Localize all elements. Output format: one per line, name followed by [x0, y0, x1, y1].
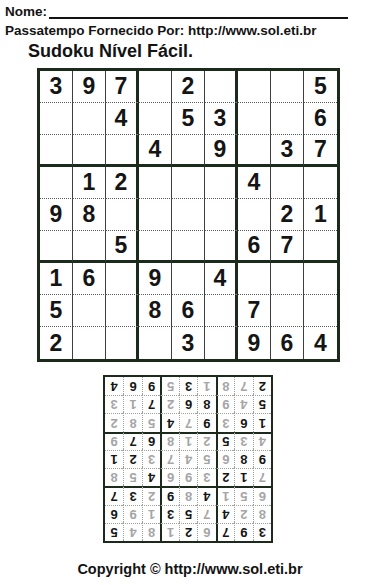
solution-cell-r9c3: 8	[216, 377, 234, 395]
solution-cell-r5c3: 6	[216, 450, 234, 468]
puzzle-cell-r9c9: 4	[304, 327, 337, 359]
puzzle-cell-r1c5: 2	[172, 71, 205, 103]
puzzle-cell-r4c2: 1	[73, 167, 106, 199]
puzzle-cell-r2c8	[271, 103, 304, 135]
solution-cell-r9c5: 3	[179, 377, 197, 395]
solution-cell-r6c8: 7	[123, 432, 141, 450]
puzzle-cell-r9c8: 6	[271, 327, 304, 359]
puzzle-cell-r1c3: 7	[106, 71, 139, 103]
solution-cell-r1c4: 6	[197, 523, 215, 541]
puzzle-cell-r4c7: 4	[238, 167, 271, 199]
solution-cell-r9c4: 1	[197, 377, 215, 395]
solution-cell-r1c7: 8	[142, 523, 160, 541]
solution-cell-r7c2: 6	[234, 413, 252, 431]
puzzle-cell-r6c4	[139, 231, 172, 263]
solution-cell-r1c8: 4	[123, 523, 141, 541]
solution-cell-r1c2: 9	[234, 523, 252, 541]
puzzle-cell-r7c2: 6	[73, 263, 106, 295]
worksheet-page: Nome: Passatempo Fornecido Por: http://w…	[0, 0, 380, 585]
puzzle-cell-r4c6	[205, 167, 238, 199]
puzzle-cell-r4c3: 2	[106, 167, 139, 199]
puzzle-cell-r5c5	[172, 199, 205, 231]
solution-cell-r8c9: 3	[105, 395, 123, 413]
puzzle-cell-r3c4: 4	[139, 135, 172, 167]
solution-cell-r1c1: 3	[253, 523, 271, 541]
solution-cell-r4c7: 4	[142, 468, 160, 486]
puzzle-cell-r2c1	[40, 103, 73, 135]
solution-cell-r4c2: 1	[234, 468, 252, 486]
solution-cell-r6c5: 1	[179, 432, 197, 450]
solution-cell-r2c6: 3	[160, 505, 178, 523]
puzzle-cell-r8c6	[205, 295, 238, 327]
solution-cell-r6c2: 3	[234, 432, 252, 450]
puzzle-cell-r5c8: 2	[271, 199, 304, 231]
puzzle-cell-r7c6: 4	[205, 263, 238, 295]
puzzle-cell-r5c3	[106, 199, 139, 231]
puzzle-cell-r3c3	[106, 135, 139, 167]
puzzle-cell-r8c5: 6	[172, 295, 205, 327]
puzzle-cell-r4c9	[304, 167, 337, 199]
page-title: Sudoku Nível Fácil.	[28, 41, 193, 62]
solution-cell-r2c2: 2	[234, 505, 252, 523]
solution-cell-r2c1: 8	[253, 505, 271, 523]
solution-cell-r2c5: 5	[179, 505, 197, 523]
puzzle-cell-r7c9	[304, 263, 337, 295]
puzzle-cell-r6c3: 5	[106, 231, 139, 263]
solution-cell-r4c3: 2	[216, 468, 234, 486]
puzzle-cell-r1c2: 9	[73, 71, 106, 103]
solution-cell-r2c9: 6	[105, 505, 123, 523]
puzzle-cell-r9c5: 3	[172, 327, 205, 359]
solution-cell-r4c1: 7	[253, 468, 271, 486]
solution-cell-r6c6: 8	[160, 432, 178, 450]
solution-cell-r8c1: 5	[253, 395, 271, 413]
solution-cell-r1c9: 5	[105, 523, 123, 541]
solution-cell-r6c3: 5	[216, 432, 234, 450]
puzzle-cell-r4c4	[139, 167, 172, 199]
solution-cell-r7c7: 5	[142, 413, 160, 431]
solution-cell-r1c3: 7	[216, 523, 234, 541]
solution-cell-r3c7: 2	[142, 486, 160, 504]
solution-cell-r3c6: 9	[160, 486, 178, 504]
puzzle-cell-r9c7: 9	[238, 327, 271, 359]
solution-cell-r9c1: 2	[253, 377, 271, 395]
solution-cell-r9c2: 7	[234, 377, 252, 395]
solution-cell-r8c8: 1	[123, 395, 141, 413]
puzzle-cell-r9c6	[205, 327, 238, 359]
puzzle-cell-r3c9: 7	[304, 135, 337, 167]
puzzle-cell-r9c4	[139, 327, 172, 359]
puzzle-cell-r6c8: 7	[271, 231, 304, 263]
solution-cell-r3c4: 4	[197, 486, 215, 504]
solution-cell-r9c7: 9	[142, 377, 160, 395]
puzzle-cell-r1c9: 5	[304, 71, 337, 103]
provider-line: Passatempo Fornecido Por: http://www.sol…	[5, 23, 317, 38]
puzzle-cell-r8c1: 5	[40, 295, 73, 327]
name-row: Nome:	[5, 3, 348, 19]
puzzle-cell-r5c1: 9	[40, 199, 73, 231]
puzzle-cell-r7c1: 1	[40, 263, 73, 295]
puzzle-cell-r1c7	[238, 71, 271, 103]
solution-cell-r6c9: 9	[105, 432, 123, 450]
solution-cell-r8c6: 2	[160, 395, 178, 413]
copyright-text: Copyright © http://www.sol.eti.br	[0, 561, 380, 577]
solution-cell-r4c6: 6	[160, 468, 178, 486]
solution-cell-r7c9: 2	[105, 413, 123, 431]
puzzle-cell-r1c1: 3	[40, 71, 73, 103]
solution-cell-r3c9: 7	[105, 486, 123, 504]
puzzle-cell-r9c2	[73, 327, 106, 359]
puzzle-cell-r4c5	[172, 167, 205, 199]
puzzle-cell-r7c3	[106, 263, 139, 295]
puzzle-cell-r5c6	[205, 199, 238, 231]
puzzle-cell-r7c4: 9	[139, 263, 172, 295]
solution-cell-r6c4: 2	[197, 432, 215, 450]
solution-cell-r8c2: 4	[234, 395, 252, 413]
solution-cell-r8c4: 8	[197, 395, 215, 413]
solution-cell-r7c5: 7	[179, 413, 197, 431]
solution-cell-r4c9: 8	[105, 468, 123, 486]
puzzle-cell-r2c6: 3	[205, 103, 238, 135]
solution-cell-r9c6: 5	[160, 377, 178, 395]
solution-cell-r2c8: 9	[123, 505, 141, 523]
puzzle-cell-r4c1	[40, 167, 73, 199]
solution-cell-r6c7: 6	[142, 432, 160, 450]
puzzle-cell-r3c8: 3	[271, 135, 304, 167]
puzzle-cell-r3c6: 9	[205, 135, 238, 167]
solution-cell-r5c4: 5	[197, 450, 215, 468]
solution-cell-r2c3: 4	[216, 505, 234, 523]
puzzle-cell-r3c1	[40, 135, 73, 167]
puzzle-cell-r6c7: 6	[238, 231, 271, 263]
puzzle-cell-r2c7	[238, 103, 271, 135]
solution-cell-r5c9: 1	[105, 450, 123, 468]
name-underline	[49, 3, 348, 19]
solution-cell-r3c3: 1	[216, 486, 234, 504]
puzzle-cell-r3c7	[238, 135, 271, 167]
puzzle-cell-r2c5: 5	[172, 103, 205, 135]
solution-cell-r5c5: 4	[179, 450, 197, 468]
solution-cell-r4c4: 3	[197, 468, 215, 486]
puzzle-cell-r7c7	[238, 263, 271, 295]
puzzle-cell-r1c8	[271, 71, 304, 103]
solution-cell-r7c4: 9	[197, 413, 215, 431]
solution-cell-r3c5: 8	[179, 486, 197, 504]
solution-cell-r7c1: 1	[253, 413, 271, 431]
solution-cell-r7c8: 8	[123, 413, 141, 431]
solution-cell-r7c6: 4	[160, 413, 178, 431]
solution-cell-r6c1: 4	[253, 432, 271, 450]
puzzle-cell-r6c2	[73, 231, 106, 263]
puzzle-cell-r6c6	[205, 231, 238, 263]
solution-cell-r2c7: 1	[142, 505, 160, 523]
puzzle-cell-r3c2	[73, 135, 106, 167]
sudoku-solution-grid: 3976218458247531966514892377123964589865…	[103, 375, 273, 543]
solution-cell-r3c8: 3	[123, 486, 141, 504]
puzzle-cell-r8c4: 8	[139, 295, 172, 327]
puzzle-cell-r1c4	[139, 71, 172, 103]
puzzle-cell-r8c9	[304, 295, 337, 327]
sudoku-puzzle-grid: 397254536493712498215671694586723964	[37, 68, 340, 362]
solution-cell-r1c6: 1	[160, 523, 178, 541]
solution-cell-r4c5: 9	[179, 468, 197, 486]
puzzle-cell-r4c8	[271, 167, 304, 199]
solution-cell-r9c9: 4	[105, 377, 123, 395]
puzzle-cell-r2c3: 4	[106, 103, 139, 135]
puzzle-cell-r8c2	[73, 295, 106, 327]
puzzle-cell-r7c5	[172, 263, 205, 295]
puzzle-cell-r2c4	[139, 103, 172, 135]
puzzle-cell-r9c1: 2	[40, 327, 73, 359]
puzzle-cell-r6c5	[172, 231, 205, 263]
puzzle-cell-r9c3	[106, 327, 139, 359]
solution-cell-r5c8: 2	[123, 450, 141, 468]
solution-cell-r8c5: 6	[179, 395, 197, 413]
puzzle-cell-r2c2	[73, 103, 106, 135]
solution-cell-r5c6: 7	[160, 450, 178, 468]
puzzle-cell-r6c9	[304, 231, 337, 263]
solution-cell-r1c5: 2	[179, 523, 197, 541]
puzzle-cell-r8c7: 7	[238, 295, 271, 327]
solution-cell-r3c2: 5	[234, 486, 252, 504]
name-label: Nome:	[5, 4, 47, 19]
solution-cell-r7c3: 3	[216, 413, 234, 431]
solution-cell-r2c4: 7	[197, 505, 215, 523]
puzzle-cell-r8c3	[106, 295, 139, 327]
puzzle-cell-r8c8	[271, 295, 304, 327]
puzzle-cell-r5c7	[238, 199, 271, 231]
puzzle-cell-r5c2: 8	[73, 199, 106, 231]
solution-cell-r5c1: 9	[253, 450, 271, 468]
puzzle-cell-r1c6	[205, 71, 238, 103]
puzzle-cell-r2c9: 6	[304, 103, 337, 135]
puzzle-cell-r7c8	[271, 263, 304, 295]
solution-cell-r5c2: 8	[234, 450, 252, 468]
solution-cell-r4c8: 5	[123, 468, 141, 486]
puzzle-cell-r5c9: 1	[304, 199, 337, 231]
puzzle-cell-r3c5	[172, 135, 205, 167]
puzzle-cell-r5c4	[139, 199, 172, 231]
solution-cell-r8c3: 9	[216, 395, 234, 413]
solution-cell-r9c8: 6	[123, 377, 141, 395]
solution-cell-r3c1: 6	[253, 486, 271, 504]
solution-cell-r5c7: 3	[142, 450, 160, 468]
solution-cell-r8c7: 7	[142, 395, 160, 413]
puzzle-cell-r6c1	[40, 231, 73, 263]
